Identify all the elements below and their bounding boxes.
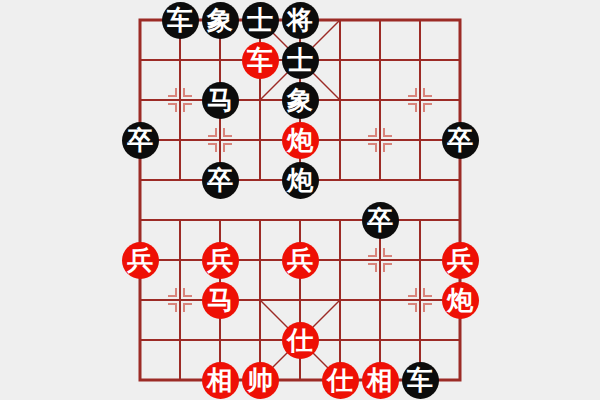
piece-black-elephant-2[interactable]: 象 (282, 82, 319, 119)
piece-red-elephant-1[interactable]: 相 (202, 362, 239, 399)
piece-black-advisor-2[interactable]: 士 (282, 42, 319, 79)
piece-black-general[interactable]: 将 (282, 2, 319, 39)
piece-black-pawn-2[interactable]: 卒 (442, 122, 479, 159)
piece-red-pawn-2[interactable]: 兵 (202, 242, 239, 279)
piece-black-chariot-2[interactable]: 车 (402, 362, 439, 399)
piece-black-elephant-1[interactable]: 象 (202, 2, 239, 39)
piece-red-chariot-1[interactable]: 车 (242, 42, 279, 79)
piece-red-elephant-2[interactable]: 相 (362, 362, 399, 399)
piece-red-horse-1[interactable]: 马 (202, 282, 239, 319)
piece-red-pawn-1[interactable]: 兵 (122, 242, 159, 279)
piece-red-cannon-2[interactable]: 炮 (442, 282, 479, 319)
piece-red-advisor-2[interactable]: 仕 (322, 362, 359, 399)
piece-red-cannon-1[interactable]: 炮 (282, 122, 319, 159)
xiangqi-app-screen: 车象士将车士马象卒炮卒卒炮卒兵兵兵兵马炮仕相帅仕相车 (0, 0, 600, 400)
piece-red-pawn-3[interactable]: 兵 (282, 242, 319, 279)
piece-black-horse-1[interactable]: 马 (202, 82, 239, 119)
xiangqi-board[interactable]: 车象士将车士马象卒炮卒卒炮卒兵兵兵兵马炮仕相帅仕相车 (120, 0, 480, 400)
piece-black-pawn-1[interactable]: 卒 (122, 122, 159, 159)
piece-red-pawn-4[interactable]: 兵 (442, 242, 479, 279)
piece-black-pawn-4[interactable]: 卒 (362, 202, 399, 239)
piece-red-advisor-1[interactable]: 仕 (282, 322, 319, 359)
piece-black-cannon-1[interactable]: 炮 (282, 162, 319, 199)
piece-black-advisor-1[interactable]: 士 (242, 2, 279, 39)
piece-black-chariot-1[interactable]: 车 (162, 2, 199, 39)
piece-red-general[interactable]: 帅 (242, 362, 279, 399)
piece-black-pawn-3[interactable]: 卒 (202, 162, 239, 199)
